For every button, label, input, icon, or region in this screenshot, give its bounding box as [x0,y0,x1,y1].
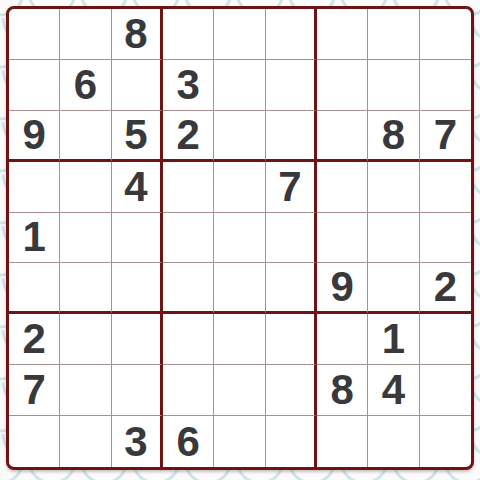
cell-r7c9-empty[interactable] [420,314,471,365]
cell-r2c5-empty[interactable] [214,60,265,111]
cell-r4c3-given[interactable]: 4 [112,162,163,213]
cell-r6c6-empty[interactable] [266,263,317,314]
cell-r1c5-empty[interactable] [214,9,265,60]
cell-r6c7-given[interactable]: 9 [317,263,368,314]
cell-r2c3-empty[interactable] [112,60,163,111]
cell-r9c8-empty[interactable] [368,416,419,467]
cell-r2c4-given[interactable]: 3 [163,60,214,111]
cell-r3c4-given[interactable]: 2 [163,111,214,162]
cell-r9c2-empty[interactable] [60,416,111,467]
cell-r6c3-empty[interactable] [112,263,163,314]
cell-r7c8-given[interactable]: 1 [368,314,419,365]
cell-r4c8-empty[interactable] [368,162,419,213]
cell-r2c9-empty[interactable] [420,60,471,111]
cell-r7c2-empty[interactable] [60,314,111,365]
cell-r7c4-empty[interactable] [163,314,214,365]
cell-r3c9-given[interactable]: 7 [420,111,471,162]
cell-r7c7-empty[interactable] [317,314,368,365]
cell-r3c7-empty[interactable] [317,111,368,162]
cell-r1c9-empty[interactable] [420,9,471,60]
cell-r1c7-empty[interactable] [317,9,368,60]
cell-r8c9-empty[interactable] [420,365,471,416]
cell-r7c1-given[interactable]: 2 [9,314,60,365]
cell-r4c4-empty[interactable] [163,162,214,213]
cell-r4c1-empty[interactable] [9,162,60,213]
cell-r8c7-given[interactable]: 8 [317,365,368,416]
cell-r5c3-empty[interactable] [112,213,163,264]
cell-r5c8-empty[interactable] [368,213,419,264]
cell-r8c6-empty[interactable] [266,365,317,416]
cell-r8c3-empty[interactable] [112,365,163,416]
cell-r6c2-empty[interactable] [60,263,111,314]
cell-r8c5-empty[interactable] [214,365,265,416]
cell-r3c5-empty[interactable] [214,111,265,162]
cell-r7c5-empty[interactable] [214,314,265,365]
cell-r3c8-given[interactable]: 8 [368,111,419,162]
cell-r8c4-empty[interactable] [163,365,214,416]
cell-r4c5-empty[interactable] [214,162,265,213]
cell-r5c6-empty[interactable] [266,213,317,264]
cell-r2c7-empty[interactable] [317,60,368,111]
cell-r2c8-empty[interactable] [368,60,419,111]
cell-r3c6-empty[interactable] [266,111,317,162]
cell-r3c2-empty[interactable] [60,111,111,162]
cell-r7c6-empty[interactable] [266,314,317,365]
cell-r4c9-empty[interactable] [420,162,471,213]
cell-r9c4-given[interactable]: 6 [163,416,214,467]
cell-r3c3-given[interactable]: 5 [112,111,163,162]
cell-r4c6-given[interactable]: 7 [266,162,317,213]
cell-r9c3-given[interactable]: 3 [112,416,163,467]
cell-r5c5-empty[interactable] [214,213,265,264]
sudoku-board: 86395287471922178436 [6,6,474,470]
cell-r6c9-given[interactable]: 2 [420,263,471,314]
cell-r7c3-empty[interactable] [112,314,163,365]
cell-r5c4-empty[interactable] [163,213,214,264]
cell-r9c1-empty[interactable] [9,416,60,467]
cell-r8c1-given[interactable]: 7 [9,365,60,416]
cell-r1c4-empty[interactable] [163,9,214,60]
cell-r2c6-empty[interactable] [266,60,317,111]
cell-r4c7-empty[interactable] [317,162,368,213]
cell-r9c9-empty[interactable] [420,416,471,467]
cell-r5c9-empty[interactable] [420,213,471,264]
cell-r5c7-empty[interactable] [317,213,368,264]
cell-r3c1-given[interactable]: 9 [9,111,60,162]
cell-r8c8-given[interactable]: 4 [368,365,419,416]
cell-r6c5-empty[interactable] [214,263,265,314]
cell-r8c2-empty[interactable] [60,365,111,416]
cell-r6c8-empty[interactable] [368,263,419,314]
cell-r5c2-empty[interactable] [60,213,111,264]
cell-r5c1-given[interactable]: 1 [9,213,60,264]
cell-r9c5-empty[interactable] [214,416,265,467]
cell-r4c2-empty[interactable] [60,162,111,213]
cell-r1c2-empty[interactable] [60,9,111,60]
cell-r1c6-empty[interactable] [266,9,317,60]
cell-r2c1-empty[interactable] [9,60,60,111]
cell-r6c1-empty[interactable] [9,263,60,314]
cell-r1c8-empty[interactable] [368,9,419,60]
cell-r2c2-given[interactable]: 6 [60,60,111,111]
cell-r1c3-given[interactable]: 8 [112,9,163,60]
cell-r1c1-empty[interactable] [9,9,60,60]
cell-r6c4-empty[interactable] [163,263,214,314]
cell-r9c6-empty[interactable] [266,416,317,467]
cell-r9c7-empty[interactable] [317,416,368,467]
